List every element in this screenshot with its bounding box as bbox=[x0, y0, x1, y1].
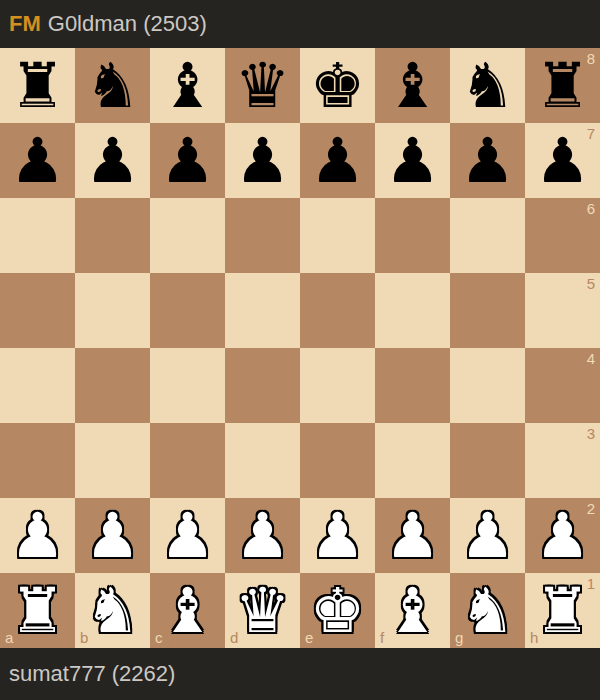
square-e4[interactable] bbox=[300, 348, 375, 423]
square-h4[interactable]: 4 bbox=[525, 348, 600, 423]
square-f3[interactable] bbox=[375, 423, 450, 498]
piece-white-bishop[interactable]: ♝ bbox=[375, 573, 450, 648]
game-window: FM G0ldman (2503) ♜♞♝♛♚♝♞♜8♟♟♟♟♟♟♟♟76543… bbox=[0, 0, 600, 700]
piece-black-pawn[interactable]: ♟ bbox=[0, 123, 75, 198]
square-h3[interactable]: 3 bbox=[525, 423, 600, 498]
square-b6[interactable] bbox=[75, 198, 150, 273]
square-f6[interactable] bbox=[375, 198, 450, 273]
piece-black-pawn[interactable]: ♟ bbox=[300, 123, 375, 198]
square-a4[interactable] bbox=[0, 348, 75, 423]
square-f2[interactable]: ♟ bbox=[375, 498, 450, 573]
piece-black-pawn[interactable]: ♟ bbox=[525, 123, 600, 198]
piece-black-bishop[interactable]: ♝ bbox=[375, 48, 450, 123]
square-d5[interactable] bbox=[225, 273, 300, 348]
piece-white-queen[interactable]: ♛ bbox=[225, 573, 300, 648]
square-f8[interactable]: ♝ bbox=[375, 48, 450, 123]
square-f4[interactable] bbox=[375, 348, 450, 423]
square-e5[interactable] bbox=[300, 273, 375, 348]
piece-black-pawn[interactable]: ♟ bbox=[375, 123, 450, 198]
square-a1[interactable]: ♜a bbox=[0, 573, 75, 648]
square-a8[interactable]: ♜ bbox=[0, 48, 75, 123]
coord-rank-6: 6 bbox=[587, 201, 595, 216]
piece-white-pawn[interactable]: ♟ bbox=[450, 498, 525, 573]
coord-rank-3: 3 bbox=[587, 426, 595, 441]
square-a7[interactable]: ♟ bbox=[0, 123, 75, 198]
player-name-bottom[interactable]: sumat777 (2262) bbox=[9, 661, 175, 687]
square-c4[interactable] bbox=[150, 348, 225, 423]
square-e2[interactable]: ♟ bbox=[300, 498, 375, 573]
square-h1[interactable]: ♜1h bbox=[525, 573, 600, 648]
square-g4[interactable] bbox=[450, 348, 525, 423]
player-bar-top: FM G0ldman (2503) bbox=[0, 0, 600, 48]
square-h2[interactable]: ♟2 bbox=[525, 498, 600, 573]
square-b2[interactable]: ♟ bbox=[75, 498, 150, 573]
piece-white-pawn[interactable]: ♟ bbox=[150, 498, 225, 573]
square-g2[interactable]: ♟ bbox=[450, 498, 525, 573]
piece-black-rook[interactable]: ♜ bbox=[0, 48, 75, 123]
square-d7[interactable]: ♟ bbox=[225, 123, 300, 198]
square-e6[interactable] bbox=[300, 198, 375, 273]
square-g6[interactable] bbox=[450, 198, 525, 273]
piece-black-queen[interactable]: ♛ bbox=[225, 48, 300, 123]
piece-black-pawn[interactable]: ♟ bbox=[225, 123, 300, 198]
piece-black-rook[interactable]: ♜ bbox=[525, 48, 600, 123]
square-f1[interactable]: ♝f bbox=[375, 573, 450, 648]
chess-board: ♜♞♝♛♚♝♞♜8♟♟♟♟♟♟♟♟76543♟♟♟♟♟♟♟♟2♜a♞b♝c♛d♚… bbox=[0, 48, 600, 648]
square-g5[interactable] bbox=[450, 273, 525, 348]
square-c8[interactable]: ♝ bbox=[150, 48, 225, 123]
square-d4[interactable] bbox=[225, 348, 300, 423]
player-title-badge-top: FM bbox=[9, 11, 41, 37]
player-bar-bottom: sumat777 (2262) bbox=[0, 648, 600, 700]
piece-black-bishop[interactable]: ♝ bbox=[150, 48, 225, 123]
square-b3[interactable] bbox=[75, 423, 150, 498]
piece-white-king[interactable]: ♚ bbox=[300, 573, 375, 648]
square-c6[interactable] bbox=[150, 198, 225, 273]
square-c7[interactable]: ♟ bbox=[150, 123, 225, 198]
square-h8[interactable]: ♜8 bbox=[525, 48, 600, 123]
square-e8[interactable]: ♚ bbox=[300, 48, 375, 123]
piece-black-pawn[interactable]: ♟ bbox=[450, 123, 525, 198]
square-c1[interactable]: ♝c bbox=[150, 573, 225, 648]
square-h7[interactable]: ♟7 bbox=[525, 123, 600, 198]
square-a2[interactable]: ♟ bbox=[0, 498, 75, 573]
square-f5[interactable] bbox=[375, 273, 450, 348]
square-b7[interactable]: ♟ bbox=[75, 123, 150, 198]
piece-white-bishop[interactable]: ♝ bbox=[150, 573, 225, 648]
piece-white-rook[interactable]: ♜ bbox=[0, 573, 75, 648]
square-c5[interactable] bbox=[150, 273, 225, 348]
square-b8[interactable]: ♞ bbox=[75, 48, 150, 123]
piece-black-king[interactable]: ♚ bbox=[300, 48, 375, 123]
piece-white-knight[interactable]: ♞ bbox=[450, 573, 525, 648]
square-h5[interactable]: 5 bbox=[525, 273, 600, 348]
square-b5[interactable] bbox=[75, 273, 150, 348]
square-c2[interactable]: ♟ bbox=[150, 498, 225, 573]
piece-white-pawn[interactable]: ♟ bbox=[225, 498, 300, 573]
coord-rank-5: 5 bbox=[587, 276, 595, 291]
piece-black-knight[interactable]: ♞ bbox=[450, 48, 525, 123]
piece-white-rook[interactable]: ♜ bbox=[525, 573, 600, 648]
piece-black-pawn[interactable]: ♟ bbox=[75, 123, 150, 198]
square-d3[interactable] bbox=[225, 423, 300, 498]
piece-black-knight[interactable]: ♞ bbox=[75, 48, 150, 123]
piece-black-pawn[interactable]: ♟ bbox=[150, 123, 225, 198]
piece-white-pawn[interactable]: ♟ bbox=[300, 498, 375, 573]
square-a3[interactable] bbox=[0, 423, 75, 498]
square-f7[interactable]: ♟ bbox=[375, 123, 450, 198]
square-e3[interactable] bbox=[300, 423, 375, 498]
piece-white-pawn[interactable]: ♟ bbox=[75, 498, 150, 573]
square-d8[interactable]: ♛ bbox=[225, 48, 300, 123]
square-a6[interactable] bbox=[0, 198, 75, 273]
square-d2[interactable]: ♟ bbox=[225, 498, 300, 573]
square-d6[interactable] bbox=[225, 198, 300, 273]
square-b4[interactable] bbox=[75, 348, 150, 423]
square-d1[interactable]: ♛d bbox=[225, 573, 300, 648]
square-e1[interactable]: ♚e bbox=[300, 573, 375, 648]
square-g8[interactable]: ♞ bbox=[450, 48, 525, 123]
piece-white-pawn[interactable]: ♟ bbox=[525, 498, 600, 573]
piece-white-pawn[interactable]: ♟ bbox=[0, 498, 75, 573]
square-g3[interactable] bbox=[450, 423, 525, 498]
square-a5[interactable] bbox=[0, 273, 75, 348]
square-g1[interactable]: ♞g bbox=[450, 573, 525, 648]
square-g7[interactable]: ♟ bbox=[450, 123, 525, 198]
square-h6[interactable]: 6 bbox=[525, 198, 600, 273]
piece-white-pawn[interactable]: ♟ bbox=[375, 498, 450, 573]
square-e7[interactable]: ♟ bbox=[300, 123, 375, 198]
piece-white-knight[interactable]: ♞ bbox=[75, 573, 150, 648]
square-c3[interactable] bbox=[150, 423, 225, 498]
coord-rank-4: 4 bbox=[587, 351, 595, 366]
square-b1[interactable]: ♞b bbox=[75, 573, 150, 648]
player-name-top[interactable]: G0ldman (2503) bbox=[48, 11, 207, 37]
